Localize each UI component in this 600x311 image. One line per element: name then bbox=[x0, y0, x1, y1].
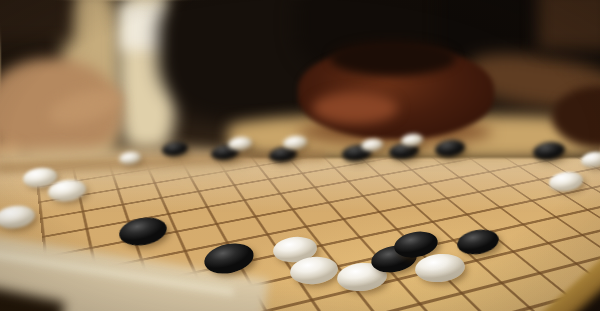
background-shadow bbox=[0, 0, 73, 43]
go-bowl-opening bbox=[330, 40, 456, 76]
background-shadow bbox=[538, 0, 600, 50]
go-game-photo bbox=[0, 0, 600, 311]
go-bowl-highlight bbox=[312, 92, 398, 124]
